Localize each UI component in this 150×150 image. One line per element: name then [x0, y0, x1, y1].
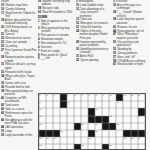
clue-number: 62 — [38, 11, 41, 14]
grid-cell[interactable]: 12 — [131, 94, 138, 101]
cell-number: 35 — [39, 144, 41, 146]
grid-cell[interactable] — [60, 108, 67, 115]
clue-number: 4 — [38, 38, 40, 41]
clue-number: 52 — [113, 48, 116, 51]
clue-item: 5 New employer for T.D. — [38, 42, 74, 45]
clue-item: 33 Any of the guys at a scrimmage — [113, 4, 149, 11]
clue-item: 20 2007 Emmy winner as Mrs. Beatty — [1, 26, 37, 33]
grid-cell[interactable] — [123, 101, 130, 108]
grid-cell[interactable] — [46, 144, 53, 150]
grid-cell[interactable] — [138, 123, 145, 130]
clue-item: 10 Land Qaddafi ruled — [76, 4, 111, 7]
grid-cell[interactable] — [53, 123, 60, 130]
grid-cell[interactable]: 34 — [138, 137, 145, 144]
grid-cell[interactable]: 22 — [39, 123, 46, 130]
grid-cell-black — [74, 123, 81, 130]
clue-item: 40 Complete, on NFL scoreboards — [1, 97, 37, 104]
clue-item: 25 Taj setting — [1, 45, 37, 48]
grid-cell[interactable]: 16 — [116, 101, 123, 108]
clue-number: 34 — [1, 75, 4, 78]
clue-item: 12 Took advantage of a "juicy new price"… — [76, 8, 111, 18]
grid-cell[interactable] — [60, 137, 67, 144]
clue-column-3: in Minneapolis10 Land Qaddafi ruled12 To… — [76, 0, 111, 93]
grid-cell[interactable] — [138, 144, 145, 150]
grid-cell[interactable] — [123, 144, 130, 150]
clue-number: 38 — [113, 18, 116, 21]
cell-number: 11 — [124, 94, 126, 96]
clue-item: Wilson — [1, 0, 37, 3]
clue-item: 43 Void, as a serve — [1, 108, 37, 111]
grid-cell[interactable]: 25 — [116, 123, 123, 130]
grid-cell-black — [102, 144, 109, 150]
grid-cell[interactable]: 23 — [81, 123, 88, 130]
grid-cell[interactable] — [60, 116, 67, 123]
cell-number: 7 — [89, 94, 90, 96]
crossword-page: Wilson15 Weather-map lines16 Closely fol… — [0, 0, 150, 150]
cell-number: 16 — [117, 101, 119, 103]
cell-number: 2 — [46, 94, 47, 96]
clue-number: 17 — [1, 12, 4, 15]
grid-cell[interactable] — [138, 101, 145, 108]
clue-number: 47 — [113, 33, 116, 36]
clue-item: 32 Oyster opening — [76, 59, 111, 62]
clue-number: 56 — [38, 0, 41, 3]
grid-cell[interactable] — [131, 116, 138, 123]
cell-number: 22 — [39, 123, 41, 125]
cell-number: 27 — [96, 130, 98, 132]
grid-cell[interactable]: 21 — [138, 116, 145, 123]
clue-item: in Minneapolis — [76, 0, 111, 3]
cell-number: 15 — [67, 101, 69, 103]
clue-item: 36 Possible bed for kids — [1, 86, 37, 89]
clue-number: 57 — [113, 56, 116, 59]
clue-number: 29 — [1, 56, 4, 59]
grid-cell[interactable] — [67, 116, 74, 123]
clue-number: 38 — [1, 90, 4, 93]
clue-item: 47 What "Wherefore" requires you to do — [113, 33, 149, 40]
grid-cell[interactable]: 7 — [88, 94, 95, 101]
across-clues-tail: 56 System conveying king updates59 Not q… — [38, 0, 74, 15]
cell-number: 13 — [138, 94, 140, 96]
grid-cell-black — [88, 116, 95, 123]
grid-cell[interactable] — [67, 108, 74, 115]
clue-item: 57 Goes, with "off" — [113, 56, 149, 59]
cell-number: 23 — [82, 123, 84, 125]
grid-cell[interactable] — [116, 144, 123, 150]
grid-cell[interactable] — [46, 123, 53, 130]
clue-item: 34 "___ Guard" (Rambo vehicle) — [113, 11, 149, 18]
clue-item: 30 Gambling destination in Colorado — [76, 48, 111, 55]
clue-item: 38 What good pickling can preserve — [1, 90, 37, 97]
clue-number: 31 — [1, 63, 4, 66]
grid-cell[interactable]: 31 — [88, 137, 95, 144]
down-clues-start: 1 Sign of agitation at the beach2 What g… — [38, 20, 74, 61]
cell-number: 8 — [96, 94, 97, 96]
clue-number: 5 — [38, 42, 40, 45]
grid-cell[interactable] — [95, 137, 102, 144]
clue-number: 42 — [1, 104, 4, 107]
cell-number: 10 — [110, 94, 112, 96]
grid-cell[interactable]: 30 — [53, 137, 60, 144]
clue-item: 53 Large bartender of film — [1, 134, 37, 137]
grid-cell[interactable]: 5 — [74, 94, 81, 101]
cell-number: 1 — [39, 94, 40, 96]
cell-number: 37 — [110, 144, 112, 146]
grid-cell[interactable]: 9 — [102, 94, 109, 101]
clue-item: 23 Claro, por ejemplo — [1, 41, 37, 44]
clue-number: 20 — [1, 26, 4, 29]
clue-item: 6 Scorches — [38, 46, 74, 49]
grid-cell[interactable] — [131, 144, 138, 150]
grid-cell[interactable]: 29 — [46, 137, 53, 144]
grid-cell[interactable] — [102, 137, 109, 144]
grid-cell-black — [74, 144, 81, 150]
grid-cell[interactable] — [53, 101, 60, 108]
grid-cell[interactable] — [81, 101, 88, 108]
cell-number: 24 — [96, 123, 98, 125]
cell-number: 25 — [117, 123, 119, 125]
cell-number: 9 — [103, 94, 104, 96]
grid-cell[interactable] — [60, 144, 67, 150]
grid-cell[interactable]: 8 — [95, 94, 102, 101]
clue-item: 9 ___ kite — [38, 57, 74, 60]
clue-number: 50 — [113, 41, 116, 44]
grid-cell[interactable] — [67, 123, 74, 130]
grid-cell[interactable] — [131, 101, 138, 108]
clue-item: 29 Inventor motivated by patent problems — [76, 41, 111, 48]
grid-cell[interactable] — [109, 101, 116, 108]
grid-cell[interactable] — [102, 101, 109, 108]
clue-number: 45 — [1, 112, 4, 115]
clue-item: 16 Closely following — [1, 8, 37, 11]
grid-cell[interactable] — [88, 101, 95, 108]
cell-number: 33 — [131, 137, 133, 139]
clue-number: 2 — [38, 27, 40, 30]
clue-number: 1 — [38, 20, 40, 23]
cell-number: 30 — [53, 137, 55, 139]
clue-item: 7 Front of a single — [38, 50, 74, 53]
clue-item: 2 What good pitching may prevent — [38, 27, 74, 34]
clue-item: 56 System conveying king updates — [38, 0, 74, 7]
clue-number: 13 — [76, 18, 79, 21]
clue-item: 31 Aid to HUD — [76, 55, 111, 58]
grid-cell[interactable]: 2 — [46, 94, 53, 101]
grid-cell-black — [102, 116, 109, 123]
clue-number: 51 — [1, 130, 4, 133]
clue-item: 35 Comes with crust — [1, 82, 37, 85]
clue-number: 33 — [1, 71, 4, 74]
clue-number: 59 — [38, 7, 41, 10]
grid-cell[interactable]: 6 — [81, 94, 88, 101]
clue-number: 16 — [76, 22, 79, 25]
grid-cell[interactable]: 33 — [131, 137, 138, 144]
grid-cell[interactable]: 32 — [123, 137, 130, 144]
grid-cell[interactable] — [123, 123, 130, 130]
clue-number: 10 — [76, 4, 79, 7]
clue-column-2: 56 System conveying king updates59 Not q… — [38, 0, 74, 93]
grid-cell[interactable] — [102, 130, 109, 137]
clue-item: 38 Latter-day free-speech advocate — [113, 18, 149, 25]
clue-number: 15 — [1, 4, 4, 7]
clue-number: 29 — [76, 41, 79, 44]
clue-number: 9 — [38, 57, 40, 60]
cell-number: 12 — [131, 94, 133, 96]
grid-cell[interactable]: 20 — [109, 116, 116, 123]
grid-cell[interactable] — [131, 123, 138, 130]
grid-cell-black — [60, 94, 67, 101]
clue-number: 12 — [76, 8, 79, 11]
grid-cell[interactable]: 18 — [95, 108, 102, 115]
clue-number: 6 — [38, 46, 40, 49]
clue-item: 15 Weather-map lines — [1, 4, 37, 7]
grid-cell[interactable] — [109, 130, 116, 137]
clue-item: 33 Fireworks buff's locale — [1, 71, 37, 74]
clue-item: 4 Showroom sample — [38, 38, 74, 41]
clue-item: 46 Non-American with the most PGA Tour w… — [1, 119, 37, 126]
grid-cell[interactable] — [53, 144, 60, 150]
clue-item: 31 What an official's cry may signal — [1, 63, 37, 70]
cell-number: 20 — [110, 115, 112, 117]
grid-cell-black — [109, 123, 116, 130]
grid-cell[interactable] — [102, 108, 109, 115]
cell-number: 14 — [39, 101, 41, 103]
cell-number: 18 — [96, 108, 98, 110]
grid-cell[interactable] — [131, 108, 138, 115]
clue-number: 34 — [113, 11, 116, 14]
clue-item: 29 Nonparticipation options, in beds — [1, 56, 37, 63]
grid-cell-black — [88, 108, 95, 115]
clue-number: 35 — [1, 82, 4, 85]
grid-cell[interactable] — [74, 137, 81, 144]
cell-number: 26 — [60, 130, 62, 132]
cell-number: 29 — [46, 137, 48, 139]
clue-item: 17 Word from the Yiddish for "fool" — [1, 12, 37, 19]
cell-number: 3 — [53, 94, 54, 96]
clue-number: 23 — [1, 41, 4, 44]
clue-number: 16 — [1, 8, 4, 11]
clue-number: 46 — [1, 119, 4, 122]
grid-cell-black — [60, 101, 67, 108]
clue-item: 62 What Eli founded in 1900 — [38, 11, 74, 14]
grid-cell[interactable] — [74, 108, 81, 115]
clue-column-across: Wilson15 Weather-map lines16 Closely fol… — [1, 0, 37, 150]
grid-cell[interactable] — [81, 108, 88, 115]
grid-cell[interactable]: 10 — [109, 94, 116, 101]
grid-cell[interactable]: 15 — [67, 101, 74, 108]
clue-number: 55 — [113, 52, 116, 55]
clue-number: 43 — [1, 108, 4, 111]
clue-item: 19 Author who asked her husband's blessi… — [1, 19, 37, 26]
clue-number: 24 — [76, 30, 79, 33]
clue-number: 30 — [76, 48, 79, 51]
grid-cell[interactable] — [53, 116, 60, 123]
clue-item: 41 Panama, for one — [113, 26, 149, 29]
clue-item: 55 Joining promises — [113, 52, 149, 55]
clue-number: 3 — [38, 34, 40, 37]
clue-item: at a reunion — [113, 0, 149, 3]
grid-cell[interactable]: 35 — [39, 144, 46, 150]
clue-number: 36 — [1, 86, 4, 89]
clue-number: 41 — [113, 26, 116, 29]
crossword-grid: 1234567891011121314151617181920212223242… — [38, 93, 146, 150]
clue-number: 19 — [1, 19, 4, 22]
cell-number: 4 — [67, 94, 68, 96]
clue-item: 42 Yard server — [1, 104, 37, 107]
grid-cell[interactable] — [74, 130, 81, 137]
grid-cell[interactable]: 13 — [138, 94, 145, 101]
clue-number: 25 — [1, 45, 4, 48]
cell-number: 28 — [39, 137, 41, 139]
cell-number: 34 — [138, 137, 140, 139]
clue-item: 50 One posting in job applications — [113, 41, 149, 48]
grid-cell[interactable] — [116, 108, 123, 115]
clue-number: 40 — [1, 97, 4, 100]
cell-number: 31 — [89, 137, 91, 139]
cell-number: 5 — [74, 94, 75, 96]
grid-cell[interactable] — [88, 144, 95, 150]
grid-cell[interactable] — [74, 101, 81, 108]
clue-number: 48 — [1, 126, 4, 129]
grid-cell[interactable] — [74, 116, 81, 123]
grid-cell[interactable]: 11 — [123, 94, 130, 101]
grid-cell[interactable] — [116, 137, 123, 144]
cell-number: 21 — [138, 115, 140, 117]
clue-number: 33 — [113, 4, 116, 7]
cell-number: 36 — [82, 144, 84, 146]
grid-cell[interactable] — [123, 108, 130, 115]
grid-cell[interactable]: 3 — [53, 94, 60, 101]
grid-cell[interactable]: 26 — [60, 130, 67, 137]
clue-number: 53 — [1, 134, 4, 137]
clue-item: 51 Lingo — [1, 130, 37, 133]
clue-item: 45 Performance space for Piano — [1, 112, 37, 119]
clue-number: 22 — [1, 37, 4, 40]
grid-cell-black — [102, 123, 109, 130]
clue-number: 32 — [76, 59, 79, 62]
grid-cell[interactable] — [46, 116, 53, 123]
clue-item: 52 Standing by — [113, 48, 149, 51]
grid-cell[interactable] — [95, 144, 102, 150]
grid-cell[interactable]: 36 — [81, 144, 88, 150]
clue-item: 27 First Japanese Grand Prix city — [1, 49, 37, 56]
grid-cell[interactable] — [53, 108, 60, 115]
grid-cell[interactable] — [67, 137, 74, 144]
clue-item: 61 Small wonder of myth — [113, 63, 149, 66]
cell-number: 17 — [39, 108, 41, 110]
clue-number: 61 — [113, 63, 116, 66]
down-header: DOWN — [38, 16, 74, 20]
clue-item: 34 What's officially a "Super Bowl" — [1, 75, 37, 82]
cell-number: 32 — [124, 137, 126, 139]
clue-item: 21 Utility-bill fixed fee — [76, 26, 111, 29]
grid-cell[interactable] — [81, 130, 88, 137]
clue-item: 24 Oldest of the only mother-daughter No… — [76, 30, 111, 40]
clue-number: 27 — [1, 49, 4, 52]
grid-cell[interactable]: 27 — [95, 130, 102, 137]
grid-cell[interactable] — [116, 130, 123, 137]
cell-number: 19 — [39, 115, 41, 117]
clue-column-4: at a reunion33 Any of the guys at a scri… — [113, 0, 149, 93]
grid-cell[interactable] — [67, 144, 74, 150]
clue-number: 21 — [1, 33, 4, 36]
grid-cell[interactable] — [46, 101, 53, 108]
cell-number: 6 — [82, 94, 83, 96]
grid-cell[interactable] — [88, 123, 95, 130]
clue-number: 7 — [38, 50, 40, 53]
clue-item: 1 Sign of agitation at the beach — [38, 20, 74, 27]
clue-number: 31 — [76, 55, 79, 58]
grid-cell[interactable]: 37 — [109, 144, 116, 150]
grid-cell[interactable] — [123, 116, 130, 123]
grid-cell[interactable] — [46, 108, 53, 115]
clue-number: 21 — [76, 26, 79, 29]
grid-cell[interactable] — [67, 130, 74, 137]
